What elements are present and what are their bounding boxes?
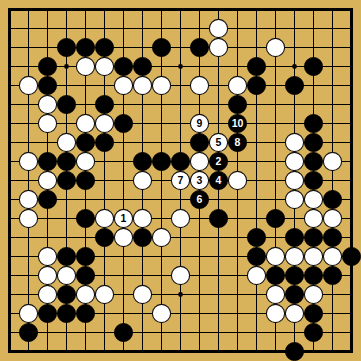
black-stone-19-14[interactable] <box>342 247 360 265</box>
black-stone-3-5[interactable] <box>38 76 56 94</box>
black-stone-8-9[interactable] <box>133 152 151 170</box>
white-stone-12-2[interactable] <box>209 19 227 37</box>
white-stone-5-9[interactable] <box>76 152 94 170</box>
white-stone-16-17[interactable] <box>285 304 303 322</box>
black-stone-17-9[interactable] <box>304 152 322 170</box>
black-stone-4-3[interactable] <box>57 38 75 56</box>
black-stone-17-18[interactable] <box>304 323 322 341</box>
move-number-5: 5 <box>216 136 222 148</box>
white-stone-8-12[interactable] <box>133 209 151 227</box>
white-stone-11-9[interactable] <box>190 152 208 170</box>
white-stone-5-7[interactable] <box>76 114 94 132</box>
white-stone-3-15[interactable] <box>38 266 56 284</box>
black-stone-3-17[interactable] <box>38 304 56 322</box>
white-stone-16-14[interactable] <box>285 247 303 265</box>
white-stone-16-11[interactable] <box>285 190 303 208</box>
black-stone-12-12[interactable] <box>209 209 227 227</box>
black-stone-17-7[interactable] <box>304 114 322 132</box>
black-stone-15-15[interactable] <box>266 266 284 284</box>
white-stone-3-14[interactable] <box>38 247 56 265</box>
white-stone-18-14[interactable] <box>323 247 341 265</box>
hoshi-point <box>178 292 183 297</box>
black-stone-16-19[interactable] <box>285 342 303 360</box>
white-stone-4-15[interactable] <box>57 266 75 284</box>
white-stone-10-12[interactable] <box>171 209 189 227</box>
black-stone-4-6[interactable] <box>57 95 75 113</box>
hoshi-point <box>292 64 297 69</box>
white-stone-11-5[interactable] <box>190 76 208 94</box>
black-stone-4-16[interactable] <box>57 285 75 303</box>
white-stone-5-16[interactable] <box>76 285 94 303</box>
white-stone-2-11[interactable] <box>19 190 37 208</box>
white-stone-7-13[interactable] <box>114 228 132 246</box>
white-stone-17-12[interactable] <box>304 209 322 227</box>
black-stone-4-17[interactable] <box>57 304 75 322</box>
white-stone-15-3[interactable] <box>266 38 284 56</box>
white-stone-18-9[interactable] <box>323 152 341 170</box>
black-stone-10-9[interactable] <box>171 152 189 170</box>
black-stone-6-13[interactable] <box>95 228 113 246</box>
black-stone-6-8[interactable] <box>95 133 113 151</box>
white-stone-2-17[interactable] <box>19 304 37 322</box>
white-stone-9-5[interactable] <box>152 76 170 94</box>
black-stone-16-15[interactable] <box>285 266 303 284</box>
black-stone-17-4[interactable] <box>304 57 322 75</box>
black-stone-17-10[interactable] <box>304 171 322 189</box>
black-stone-16-13[interactable] <box>285 228 303 246</box>
black-stone-17-8[interactable] <box>304 133 322 151</box>
white-stone-15-14[interactable] <box>266 247 284 265</box>
black-stone-8-4[interactable] <box>133 57 151 75</box>
white-stone-17-14[interactable] <box>304 247 322 265</box>
black-stone-3-9[interactable] <box>38 152 56 170</box>
black-stone-4-14[interactable] <box>57 247 75 265</box>
white-stone-3-7[interactable] <box>38 114 56 132</box>
white-stone-16-8[interactable] <box>285 133 303 151</box>
white-stone-16-10[interactable] <box>285 171 303 189</box>
white-stone-8-10[interactable] <box>133 171 151 189</box>
black-stone-4-9[interactable] <box>57 152 75 170</box>
black-stone-13-6[interactable] <box>228 95 246 113</box>
white-stone-10-15[interactable] <box>171 266 189 284</box>
move-number-6: 6 <box>197 193 203 205</box>
white-stone-8-5[interactable] <box>133 76 151 94</box>
go-board[interactable]: 91058273461 <box>0 0 361 361</box>
black-stone-18-13[interactable] <box>323 228 341 246</box>
white-stone-2-5[interactable] <box>19 76 37 94</box>
black-stone-16-5[interactable] <box>285 76 303 94</box>
white-stone-13-10[interactable] <box>228 171 246 189</box>
black-stone-4-10[interactable] <box>57 171 75 189</box>
white-stone-12-3[interactable] <box>209 38 227 56</box>
black-stone-7-18[interactable] <box>114 323 132 341</box>
white-stone-5-4[interactable] <box>76 57 94 75</box>
white-stone-16-9[interactable] <box>285 152 303 170</box>
move-number-8: 8 <box>235 136 241 148</box>
white-stone-14-15[interactable] <box>247 266 265 284</box>
black-stone-17-13[interactable] <box>304 228 322 246</box>
black-stone-9-9[interactable] <box>152 152 170 170</box>
black-stone-15-12[interactable] <box>266 209 284 227</box>
white-stone-2-12[interactable] <box>19 209 37 227</box>
black-stone-11-8[interactable] <box>190 133 208 151</box>
black-stone-5-3[interactable] <box>76 38 94 56</box>
black-stone-11-3[interactable] <box>190 38 208 56</box>
black-stone-14-4[interactable] <box>247 57 265 75</box>
white-stone-4-8[interactable] <box>57 133 75 151</box>
move-number-10: 10 <box>232 117 244 129</box>
black-stone-3-4[interactable] <box>38 57 56 75</box>
white-stone-3-10[interactable] <box>38 171 56 189</box>
white-stone-3-6[interactable] <box>38 95 56 113</box>
white-stone-6-7[interactable] <box>95 114 113 132</box>
white-stone-17-16[interactable] <box>304 285 322 303</box>
black-stone-6-3[interactable] <box>95 38 113 56</box>
white-stone-7-5[interactable] <box>114 76 132 94</box>
white-stone-3-16[interactable] <box>38 285 56 303</box>
black-stone-6-6[interactable] <box>95 95 113 113</box>
black-stone-5-12[interactable] <box>76 209 94 227</box>
black-stone-17-17[interactable] <box>304 304 322 322</box>
white-stone-17-11[interactable] <box>304 190 322 208</box>
black-stone-14-5[interactable] <box>247 76 265 94</box>
black-stone-2-18[interactable] <box>19 323 37 341</box>
white-stone-13-5[interactable] <box>228 76 246 94</box>
black-stone-5-14[interactable] <box>76 247 94 265</box>
black-stone-14-14[interactable] <box>247 247 265 265</box>
move-number-9: 9 <box>197 117 203 129</box>
black-stone-8-13[interactable] <box>133 228 151 246</box>
move-number-7: 7 <box>178 174 184 186</box>
black-stone-5-10[interactable] <box>76 171 94 189</box>
black-stone-9-3[interactable] <box>152 38 170 56</box>
black-stone-3-11[interactable] <box>38 190 56 208</box>
black-stone-18-11[interactable] <box>323 190 341 208</box>
black-stone-14-13[interactable] <box>247 228 265 246</box>
move-number-4: 4 <box>216 174 222 186</box>
white-stone-6-12[interactable] <box>95 209 113 227</box>
black-stone-5-17[interactable] <box>76 304 94 322</box>
go-board-screenshot: 91058273461 <box>0 0 361 361</box>
black-stone-16-16[interactable] <box>285 285 303 303</box>
white-stone-9-17[interactable] <box>152 304 170 322</box>
white-stone-18-12[interactable] <box>323 209 341 227</box>
move-number-1: 1 <box>121 212 127 224</box>
black-stone-5-8[interactable] <box>76 133 94 151</box>
black-stone-5-15[interactable] <box>76 266 94 284</box>
hoshi-point <box>64 64 69 69</box>
black-stone-7-7[interactable] <box>114 114 132 132</box>
white-stone-15-16[interactable] <box>266 285 284 303</box>
black-stone-18-15[interactable] <box>323 266 341 284</box>
white-stone-6-16[interactable] <box>95 285 113 303</box>
white-stone-8-16[interactable] <box>133 285 151 303</box>
white-stone-2-9[interactable] <box>19 152 37 170</box>
move-number-3: 3 <box>197 174 203 186</box>
white-stone-9-13[interactable] <box>152 228 170 246</box>
move-number-2: 2 <box>216 155 222 167</box>
black-stone-7-4[interactable] <box>114 57 132 75</box>
black-stone-17-15[interactable] <box>304 266 322 284</box>
hoshi-point <box>178 64 183 69</box>
white-stone-6-4[interactable] <box>95 57 113 75</box>
white-stone-15-17[interactable] <box>266 304 284 322</box>
